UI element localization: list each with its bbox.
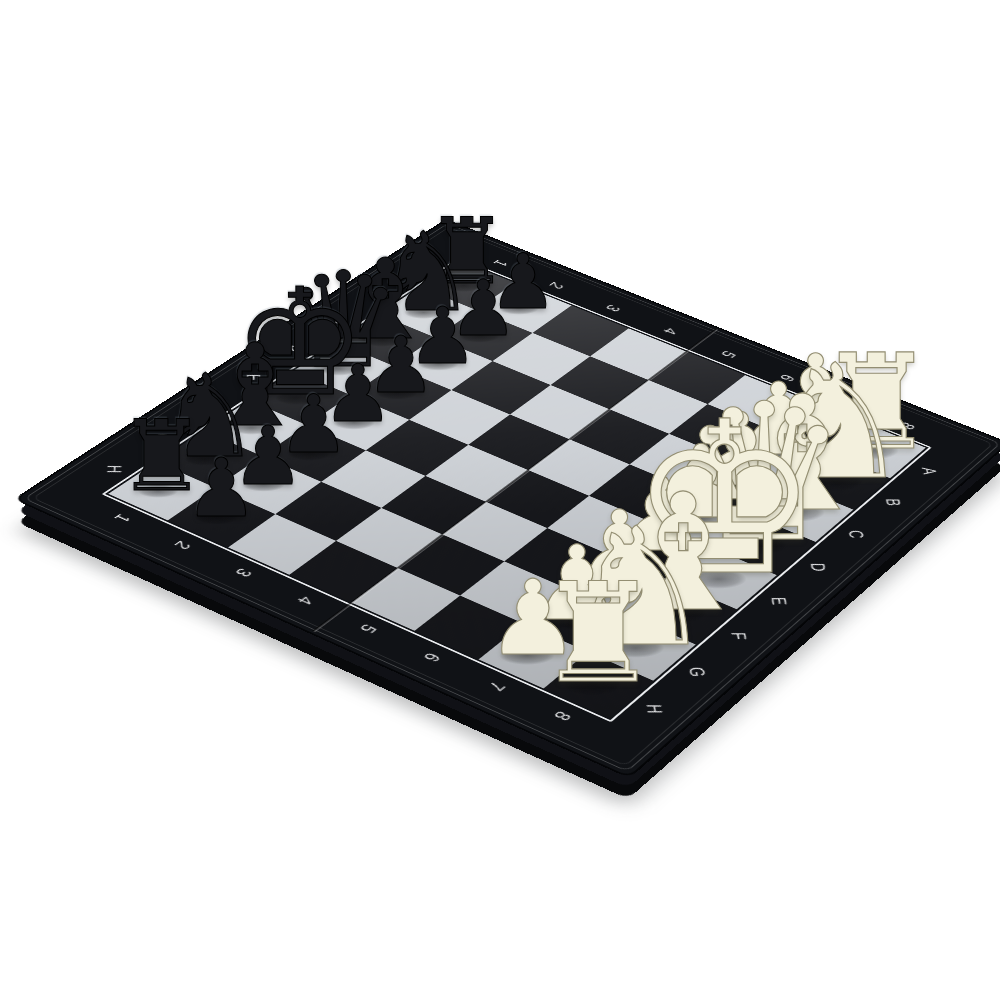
label-rank-2-bottom-left-edge: 2 [169, 538, 195, 551]
label-rank-4-bottom-left-edge: 4 [292, 593, 319, 607]
label-rank-5-bottom-left-edge: 5 [354, 621, 381, 635]
scene: 1234567812345678ABCDEFGHABCDEFGH ♜♞♝♛♚♝♞… [0, 0, 1000, 1000]
white-rook-glyph: ♜ [488, 580, 708, 688]
label-rank-4-upper-right-edge: 4 [658, 325, 682, 336]
product-photo-background: 1234567812345678ABCDEFGHABCDEFGH ♜♞♝♛♚♝♞… [0, 0, 1000, 1000]
label-rank-3-bottom-left-edge: 3 [230, 565, 256, 579]
black-pawn-glyph: ♟ [111, 457, 331, 520]
